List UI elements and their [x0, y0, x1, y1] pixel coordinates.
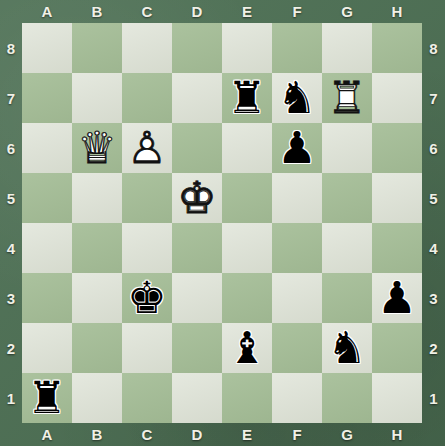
- rank-label-5: 5: [0, 173, 22, 223]
- square-d5[interactable]: ♚♔: [172, 173, 222, 223]
- square-a6[interactable]: [22, 123, 72, 173]
- chess-board-app: ABCDEFGH 87654321 ♜♞♜♖♛♕♟♙♟♚♔♚♟♝♞♜ 87654…: [0, 0, 445, 446]
- file-label-h: H: [372, 0, 422, 23]
- file-label-g: G: [322, 0, 372, 23]
- rank-labels-right: 87654321: [422, 23, 445, 423]
- black-knight-piece[interactable]: ♞: [322, 323, 372, 373]
- file-labels-bottom: ABCDEFGH: [22, 423, 422, 446]
- square-h2[interactable]: [372, 323, 422, 373]
- square-d8[interactable]: [172, 23, 222, 73]
- file-label-b: B: [72, 0, 122, 23]
- square-d2[interactable]: [172, 323, 222, 373]
- black-knight-piece[interactable]: ♞: [272, 73, 322, 123]
- square-a8[interactable]: [22, 23, 72, 73]
- square-f5[interactable]: [272, 173, 322, 223]
- file-label-h: H: [372, 423, 422, 446]
- square-g8[interactable]: [322, 23, 372, 73]
- square-b3[interactable]: [72, 273, 122, 323]
- square-e3[interactable]: [222, 273, 272, 323]
- square-d1[interactable]: [172, 373, 222, 423]
- file-label-b: B: [72, 423, 122, 446]
- square-d6[interactable]: [172, 123, 222, 173]
- piece-outline: ♖: [322, 73, 372, 123]
- black-king-piece[interactable]: ♚: [122, 273, 172, 323]
- square-b6[interactable]: ♛♕: [72, 123, 122, 173]
- white-king-piece[interactable]: ♚♔: [172, 173, 222, 223]
- rank-label-4: 4: [422, 223, 445, 273]
- file-label-e: E: [222, 0, 272, 23]
- square-e2[interactable]: ♝: [222, 323, 272, 373]
- file-label-a: A: [22, 423, 72, 446]
- square-g2[interactable]: ♞: [322, 323, 372, 373]
- square-h3[interactable]: ♟: [372, 273, 422, 323]
- square-g6[interactable]: [322, 123, 372, 173]
- square-h8[interactable]: [372, 23, 422, 73]
- square-c6[interactable]: ♟♙: [122, 123, 172, 173]
- square-c5[interactable]: [122, 173, 172, 223]
- file-labels-top: ABCDEFGH: [22, 0, 422, 23]
- square-a1[interactable]: ♜: [22, 373, 72, 423]
- rank-label-2: 2: [0, 323, 22, 373]
- square-h6[interactable]: [372, 123, 422, 173]
- black-rook-piece[interactable]: ♜: [222, 73, 272, 123]
- rank-label-3: 3: [422, 273, 445, 323]
- square-e8[interactable]: [222, 23, 272, 73]
- piece-outline: ♕: [72, 123, 122, 173]
- piece-outline: ♙: [122, 123, 172, 173]
- rank-label-2: 2: [422, 323, 445, 373]
- chess-board: ♜♞♜♖♛♕♟♙♟♚♔♚♟♝♞♜: [22, 23, 422, 423]
- square-h4[interactable]: [372, 223, 422, 273]
- square-b5[interactable]: [72, 173, 122, 223]
- square-a5[interactable]: [22, 173, 72, 223]
- black-pawn-piece[interactable]: ♟: [372, 273, 422, 323]
- square-e6[interactable]: [222, 123, 272, 173]
- square-c1[interactable]: [122, 373, 172, 423]
- square-b1[interactable]: [72, 373, 122, 423]
- file-label-d: D: [172, 0, 222, 23]
- black-bishop-piece[interactable]: ♝: [222, 323, 272, 373]
- square-h7[interactable]: [372, 73, 422, 123]
- white-rook-piece[interactable]: ♜♖: [322, 73, 372, 123]
- square-b8[interactable]: [72, 23, 122, 73]
- square-e5[interactable]: [222, 173, 272, 223]
- rank-labels-left: 87654321: [0, 23, 22, 423]
- rank-label-8: 8: [422, 23, 445, 73]
- square-g7[interactable]: ♜♖: [322, 73, 372, 123]
- square-d3[interactable]: [172, 273, 222, 323]
- square-g5[interactable]: [322, 173, 372, 223]
- square-c7[interactable]: [122, 73, 172, 123]
- black-rook-piece[interactable]: ♜: [22, 373, 72, 423]
- file-label-g: G: [322, 423, 372, 446]
- rank-label-7: 7: [422, 73, 445, 123]
- square-f7[interactable]: ♞: [272, 73, 322, 123]
- square-g3[interactable]: [322, 273, 372, 323]
- file-label-f: F: [272, 423, 322, 446]
- rank-label-4: 4: [0, 223, 22, 273]
- rank-label-7: 7: [0, 73, 22, 123]
- square-a2[interactable]: [22, 323, 72, 373]
- file-label-e: E: [222, 423, 272, 446]
- file-label-c: C: [122, 423, 172, 446]
- square-f8[interactable]: [272, 23, 322, 73]
- piece-outline: ♔: [172, 173, 222, 223]
- rank-label-6: 6: [0, 123, 22, 173]
- square-d4[interactable]: [172, 223, 222, 273]
- square-e1[interactable]: [222, 373, 272, 423]
- square-a7[interactable]: [22, 73, 72, 123]
- square-g4[interactable]: [322, 223, 372, 273]
- square-c3[interactable]: ♚: [122, 273, 172, 323]
- square-f2[interactable]: [272, 323, 322, 373]
- file-label-f: F: [272, 0, 322, 23]
- file-label-d: D: [172, 423, 222, 446]
- white-pawn-piece[interactable]: ♟♙: [122, 123, 172, 173]
- square-f1[interactable]: [272, 373, 322, 423]
- square-c8[interactable]: [122, 23, 172, 73]
- square-b4[interactable]: [72, 223, 122, 273]
- square-d7[interactable]: [172, 73, 222, 123]
- square-f6[interactable]: ♟: [272, 123, 322, 173]
- square-e4[interactable]: [222, 223, 272, 273]
- black-pawn-piece[interactable]: ♟: [272, 123, 322, 173]
- rank-label-1: 1: [0, 373, 22, 423]
- white-queen-piece[interactable]: ♛♕: [72, 123, 122, 173]
- square-h1[interactable]: [372, 373, 422, 423]
- square-a3[interactable]: [22, 273, 72, 323]
- square-c4[interactable]: [122, 223, 172, 273]
- file-label-a: A: [22, 0, 72, 23]
- square-g1[interactable]: [322, 373, 372, 423]
- square-f4[interactable]: [272, 223, 322, 273]
- square-e7[interactable]: ♜: [222, 73, 272, 123]
- rank-label-5: 5: [422, 173, 445, 223]
- rank-label-6: 6: [422, 123, 445, 173]
- rank-label-1: 1: [422, 373, 445, 423]
- rank-label-3: 3: [0, 273, 22, 323]
- rank-label-8: 8: [0, 23, 22, 73]
- square-b2[interactable]: [72, 323, 122, 373]
- file-label-c: C: [122, 0, 172, 23]
- square-c2[interactable]: [122, 323, 172, 373]
- square-h5[interactable]: [372, 173, 422, 223]
- square-a4[interactable]: [22, 223, 72, 273]
- square-f3[interactable]: [272, 273, 322, 323]
- square-b7[interactable]: [72, 73, 122, 123]
